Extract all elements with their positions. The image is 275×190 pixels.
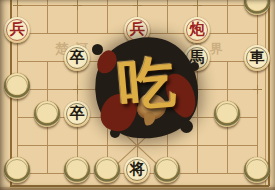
file-line-upper — [47, 0, 48, 33]
face-down-piece[interactable] — [154, 157, 180, 183]
point-marker — [193, 1, 202, 10]
face-down-piece[interactable] — [244, 0, 270, 15]
point-marker — [73, 85, 82, 94]
piece-character: 馬 — [130, 106, 145, 121]
piece-character: 兵 — [130, 22, 145, 37]
red-soldier[interactable]: 兵 — [4, 17, 30, 43]
face-down-piece[interactable] — [94, 157, 120, 183]
xiangqi-board[interactable]: 楚河 汉界 兵兵炮卒馬車卒馬将 吃 — [0, 0, 275, 190]
black-general[interactable]: 将 — [124, 157, 150, 183]
point-marker — [13, 1, 22, 10]
piece-character: 卒 — [70, 106, 85, 121]
board-border-bottom — [10, 185, 269, 187]
piece-character: 兵 — [10, 22, 25, 37]
ink-splatter-dot — [180, 120, 193, 133]
face-down-piece[interactable] — [64, 157, 90, 183]
face-down-piece[interactable] — [214, 101, 240, 127]
red-soldier[interactable]: 兵 — [124, 17, 150, 43]
black-horse-under-splash[interactable]: 馬 — [124, 101, 150, 127]
point-marker — [253, 85, 262, 94]
point-marker — [133, 1, 142, 10]
file-line-upper — [107, 0, 108, 33]
black-soldier[interactable]: 卒 — [64, 45, 90, 71]
piece-character: 車 — [250, 50, 265, 65]
piece-character: 馬 — [190, 50, 205, 65]
point-marker — [73, 1, 82, 10]
black-chariot[interactable]: 車 — [244, 45, 270, 71]
board-border-right-inner — [265, 0, 266, 186]
board-border-bottom-inner — [10, 188, 269, 189]
face-down-piece[interactable] — [34, 101, 60, 127]
board-border-right — [268, 0, 270, 186]
piece-character: 将 — [130, 162, 145, 177]
piece-character: 炮 — [190, 22, 205, 37]
face-down-piece[interactable] — [4, 157, 30, 183]
point-marker — [193, 85, 202, 94]
black-soldier[interactable]: 卒 — [64, 101, 90, 127]
file-line-upper — [167, 0, 168, 33]
red-cannon[interactable]: 炮 — [184, 17, 210, 43]
face-down-piece[interactable] — [244, 157, 270, 183]
piece-character: 卒 — [70, 50, 85, 65]
point-marker — [133, 85, 142, 94]
face-down-piece[interactable] — [4, 73, 30, 99]
file-line-lower — [197, 61, 198, 173]
file-line-upper — [227, 0, 228, 33]
black-horse[interactable]: 馬 — [184, 45, 210, 71]
